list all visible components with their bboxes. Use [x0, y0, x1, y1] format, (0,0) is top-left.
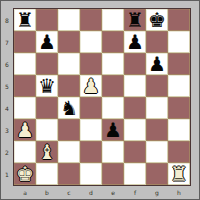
square-b1[interactable]	[36, 163, 58, 185]
square-c8[interactable]	[58, 9, 80, 31]
rank-label-4: 4	[1, 97, 13, 119]
file-label-e: e	[102, 187, 124, 197]
square-d2[interactable]	[80, 141, 102, 163]
piece-black-knight: ♞	[60, 97, 78, 119]
square-f8[interactable]: ♜	[124, 9, 146, 31]
file-label-a: a	[14, 187, 36, 197]
square-e5[interactable]	[102, 75, 124, 97]
square-b2[interactable]: ♝	[36, 141, 58, 163]
file-label-g: g	[146, 187, 168, 197]
square-a8[interactable]: ♜	[14, 9, 36, 31]
square-e2[interactable]	[102, 141, 124, 163]
square-d5[interactable]: ♟	[80, 75, 102, 97]
square-c1[interactable]	[58, 163, 80, 185]
square-a6[interactable]	[14, 53, 36, 75]
square-f4[interactable]	[124, 97, 146, 119]
square-a2[interactable]	[14, 141, 36, 163]
square-g3[interactable]	[146, 119, 168, 141]
square-h2[interactable]	[168, 141, 190, 163]
chess-board-window: 87654321 abcdefgh ♜♜♚♟♟♟♛♟♞♟♟♝♚♜	[0, 0, 200, 200]
square-c6[interactable]	[58, 53, 80, 75]
square-d6[interactable]	[80, 53, 102, 75]
square-d7[interactable]	[80, 31, 102, 53]
file-label-h: h	[168, 187, 190, 197]
square-f3[interactable]	[124, 119, 146, 141]
square-h7[interactable]	[168, 31, 190, 53]
square-e3[interactable]: ♟	[102, 119, 124, 141]
square-e4[interactable]	[102, 97, 124, 119]
square-d8[interactable]	[80, 9, 102, 31]
chess-board: ♜♜♚♟♟♟♛♟♞♟♟♝♚♜	[13, 8, 191, 186]
square-f2[interactable]	[124, 141, 146, 163]
rank-label-1: 1	[1, 163, 13, 185]
square-c2[interactable]	[58, 141, 80, 163]
rank-label-6: 6	[1, 53, 13, 75]
piece-white-pawn: ♟	[16, 119, 34, 141]
piece-white-pawn: ♟	[82, 75, 100, 97]
rank-label-3: 3	[1, 119, 13, 141]
square-g5[interactable]	[146, 75, 168, 97]
square-f7[interactable]: ♟	[124, 31, 146, 53]
square-e1[interactable]	[102, 163, 124, 185]
square-b4[interactable]	[36, 97, 58, 119]
square-g2[interactable]	[146, 141, 168, 163]
file-label-f: f	[124, 187, 146, 197]
square-b7[interactable]: ♟	[36, 31, 58, 53]
square-c3[interactable]	[58, 119, 80, 141]
square-g6[interactable]: ♟	[146, 53, 168, 75]
square-e6[interactable]	[102, 53, 124, 75]
rank-labels: 87654321	[1, 9, 13, 185]
square-b6[interactable]	[36, 53, 58, 75]
square-h8[interactable]	[168, 9, 190, 31]
file-label-d: d	[80, 187, 102, 197]
square-f5[interactable]	[124, 75, 146, 97]
square-e8[interactable]	[102, 9, 124, 31]
rank-label-5: 5	[1, 75, 13, 97]
piece-black-pawn: ♟	[126, 31, 144, 53]
square-a3[interactable]: ♟	[14, 119, 36, 141]
square-h5[interactable]	[168, 75, 190, 97]
square-f1[interactable]	[124, 163, 146, 185]
file-label-c: c	[58, 187, 80, 197]
piece-black-king: ♚	[148, 9, 166, 31]
square-g8[interactable]: ♚	[146, 9, 168, 31]
file-label-b: b	[36, 187, 58, 197]
square-h6[interactable]	[168, 53, 190, 75]
piece-black-pawn: ♟	[148, 53, 166, 75]
rank-label-7: 7	[1, 31, 13, 53]
square-e7[interactable]	[102, 31, 124, 53]
square-h4[interactable]	[168, 97, 190, 119]
piece-black-rook: ♜	[126, 9, 144, 31]
square-b8[interactable]	[36, 9, 58, 31]
file-labels: abcdefgh	[14, 187, 190, 197]
square-a4[interactable]	[14, 97, 36, 119]
square-h1[interactable]: ♜	[168, 163, 190, 185]
piece-white-bishop: ♝	[38, 141, 56, 163]
rank-label-2: 2	[1, 141, 13, 163]
square-a7[interactable]	[14, 31, 36, 53]
square-d4[interactable]	[80, 97, 102, 119]
square-c4[interactable]: ♞	[58, 97, 80, 119]
piece-white-rook: ♜	[170, 163, 188, 185]
piece-white-king: ♚	[16, 163, 34, 185]
square-h3[interactable]	[168, 119, 190, 141]
square-b3[interactable]	[36, 119, 58, 141]
square-c7[interactable]	[58, 31, 80, 53]
square-c5[interactable]	[58, 75, 80, 97]
square-g4[interactable]	[146, 97, 168, 119]
piece-black-rook: ♜	[16, 9, 34, 31]
square-d1[interactable]	[80, 163, 102, 185]
square-g7[interactable]	[146, 31, 168, 53]
square-g1[interactable]	[146, 163, 168, 185]
square-b5[interactable]: ♛	[36, 75, 58, 97]
square-a1[interactable]: ♚	[14, 163, 36, 185]
piece-black-pawn: ♟	[38, 31, 56, 53]
piece-black-pawn: ♟	[104, 119, 122, 141]
square-d3[interactable]	[80, 119, 102, 141]
piece-black-queen: ♛	[38, 75, 56, 97]
square-f6[interactable]	[124, 53, 146, 75]
square-a5[interactable]	[14, 75, 36, 97]
rank-label-8: 8	[1, 9, 13, 31]
